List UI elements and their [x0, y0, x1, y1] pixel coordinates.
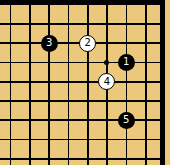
intersection-grid: 12345 — [1, 0, 170, 165]
stone-move-number: 5 — [123, 115, 129, 125]
stone-black-1: 1 — [118, 54, 135, 71]
stone-move-number: 1 — [123, 57, 129, 67]
stone-white-4: 4 — [98, 73, 115, 90]
go-diagram: 12345 — [0, 0, 170, 165]
star-point-hoshi — [104, 60, 109, 65]
stone-black-3: 3 — [41, 35, 58, 52]
go-board[interactable]: 12345 — [0, 0, 170, 165]
stone-black-5: 5 — [118, 112, 135, 129]
stone-move-number: 4 — [104, 77, 110, 87]
stone-move-number: 3 — [46, 38, 52, 48]
stone-white-2: 2 — [79, 35, 96, 52]
stone-move-number: 2 — [84, 38, 90, 48]
